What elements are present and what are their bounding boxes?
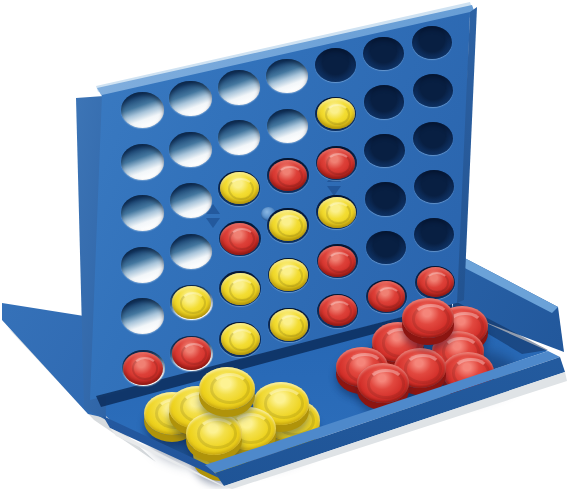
tray-disc-red	[357, 363, 409, 403]
tray-disc-yellow	[186, 412, 242, 455]
connect-four-product-photo	[0, 0, 569, 489]
tray-disc-yellow	[199, 367, 255, 410]
tray-disc-piles	[0, 0, 569, 489]
tray-disc-red	[402, 298, 454, 338]
